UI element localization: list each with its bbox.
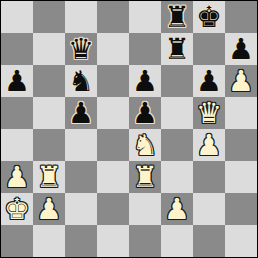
square-h2[interactable]	[225, 193, 257, 225]
square-g3[interactable]	[193, 161, 225, 193]
white-king-a2[interactable]: ♚	[4, 193, 30, 225]
square-g8[interactable]: ♚	[193, 1, 225, 33]
square-e5[interactable]: ♟	[129, 97, 161, 129]
square-c5[interactable]: ♟	[65, 97, 97, 129]
square-g5[interactable]: ♛	[193, 97, 225, 129]
black-rook-f7[interactable]: ♜	[164, 33, 190, 65]
white-rook-b3[interactable]: ♜	[36, 161, 62, 193]
black-pawn-a6[interactable]: ♟	[4, 65, 30, 97]
square-c7[interactable]: ♛	[65, 33, 97, 65]
square-g7[interactable]	[193, 33, 225, 65]
square-h8[interactable]	[225, 1, 257, 33]
white-pawn-g4[interactable]: ♟	[196, 129, 222, 161]
black-pawn-h7[interactable]: ♟	[228, 33, 254, 65]
square-f4[interactable]	[161, 129, 193, 161]
square-d2[interactable]	[97, 193, 129, 225]
square-g4[interactable]: ♟	[193, 129, 225, 161]
white-pawn-f2[interactable]: ♟	[164, 193, 190, 225]
square-a1[interactable]	[1, 225, 33, 257]
square-d8[interactable]	[97, 1, 129, 33]
square-d5[interactable]	[97, 97, 129, 129]
black-knight-c6[interactable]: ♞	[68, 65, 94, 97]
square-c2[interactable]	[65, 193, 97, 225]
square-b2[interactable]: ♟	[33, 193, 65, 225]
black-pawn-e5[interactable]: ♟	[132, 97, 158, 129]
chessboard-window: ♜♚♛♜♟♟♞♟♟♟♟♟♛♞♟♟♜♜♚♟♟	[0, 0, 258, 258]
square-e4[interactable]: ♞	[129, 129, 161, 161]
square-b6[interactable]	[33, 65, 65, 97]
square-c8[interactable]	[65, 1, 97, 33]
square-d6[interactable]	[97, 65, 129, 97]
square-h7[interactable]: ♟	[225, 33, 257, 65]
white-pawn-h6[interactable]: ♟	[228, 65, 254, 97]
square-e3[interactable]: ♜	[129, 161, 161, 193]
square-e1[interactable]	[129, 225, 161, 257]
square-c3[interactable]	[65, 161, 97, 193]
white-queen-g5[interactable]: ♛	[196, 97, 222, 129]
chess-board: ♜♚♛♜♟♟♞♟♟♟♟♟♛♞♟♟♜♜♚♟♟	[0, 0, 258, 258]
square-g1[interactable]	[193, 225, 225, 257]
square-b5[interactable]	[33, 97, 65, 129]
square-h6[interactable]: ♟	[225, 65, 257, 97]
square-g6[interactable]: ♟	[193, 65, 225, 97]
black-pawn-g6[interactable]: ♟	[196, 65, 222, 97]
white-knight-e4[interactable]: ♞	[132, 129, 158, 161]
white-pawn-b2[interactable]: ♟	[36, 193, 62, 225]
black-pawn-e6[interactable]: ♟	[132, 65, 158, 97]
black-queen-c7[interactable]: ♛	[68, 33, 94, 65]
square-h4[interactable]	[225, 129, 257, 161]
square-e6[interactable]: ♟	[129, 65, 161, 97]
square-f7[interactable]: ♜	[161, 33, 193, 65]
square-e2[interactable]	[129, 193, 161, 225]
square-f5[interactable]	[161, 97, 193, 129]
square-a8[interactable]	[1, 1, 33, 33]
square-b7[interactable]	[33, 33, 65, 65]
black-rook-f8[interactable]: ♜	[164, 1, 190, 33]
square-b1[interactable]	[33, 225, 65, 257]
square-d4[interactable]	[97, 129, 129, 161]
square-a5[interactable]	[1, 97, 33, 129]
square-e7[interactable]	[129, 33, 161, 65]
square-a2[interactable]: ♚	[1, 193, 33, 225]
square-f3[interactable]	[161, 161, 193, 193]
white-rook-e3[interactable]: ♜	[132, 161, 158, 193]
square-b4[interactable]	[33, 129, 65, 161]
square-d1[interactable]	[97, 225, 129, 257]
square-d7[interactable]	[97, 33, 129, 65]
black-pawn-c5[interactable]: ♟	[68, 97, 94, 129]
square-a4[interactable]	[1, 129, 33, 161]
square-c6[interactable]: ♞	[65, 65, 97, 97]
square-f8[interactable]: ♜	[161, 1, 193, 33]
square-a6[interactable]: ♟	[1, 65, 33, 97]
square-b8[interactable]	[33, 1, 65, 33]
square-c4[interactable]	[65, 129, 97, 161]
black-king-g8[interactable]: ♚	[196, 1, 222, 33]
square-g2[interactable]	[193, 193, 225, 225]
square-b3[interactable]: ♜	[33, 161, 65, 193]
square-a3[interactable]: ♟	[1, 161, 33, 193]
square-f1[interactable]	[161, 225, 193, 257]
square-h5[interactable]	[225, 97, 257, 129]
square-e8[interactable]	[129, 1, 161, 33]
square-f2[interactable]: ♟	[161, 193, 193, 225]
square-c1[interactable]	[65, 225, 97, 257]
white-pawn-a3[interactable]: ♟	[4, 161, 30, 193]
square-h3[interactable]	[225, 161, 257, 193]
square-f6[interactable]	[161, 65, 193, 97]
square-a7[interactable]	[1, 33, 33, 65]
square-d3[interactable]	[97, 161, 129, 193]
square-h1[interactable]	[225, 225, 257, 257]
